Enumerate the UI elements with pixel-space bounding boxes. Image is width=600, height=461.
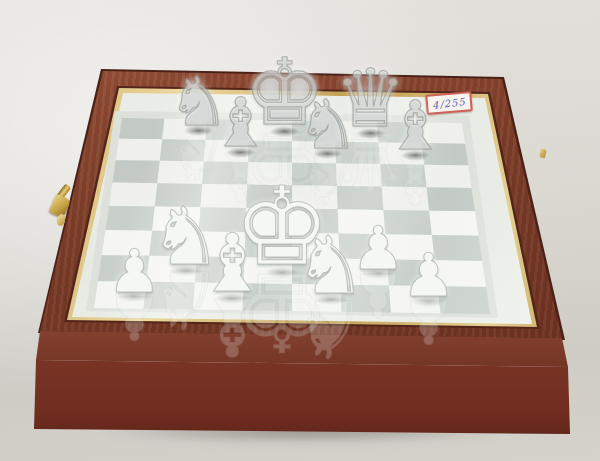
- brass-clasp[interactable]: [44, 182, 80, 232]
- photo-scene: ♞♞♞♝♝♝♚♚♚♞♞♞♛♛♛♝♝♝♞♞♚♚♟♟♟♟♝♝♞♞♟♟ 4/255: [0, 0, 600, 461]
- clear-bishop-g7[interactable]: ♝: [345, 92, 485, 160]
- frosted-pawn-g1[interactable]: ♟: [359, 245, 499, 305]
- pieces-layer: ♞♞♞♝♝♝♚♚♚♞♞♞♛♛♛♝♝♝♞♞♚♚♟♟♟♟♝♝♞♞♟♟: [0, 0, 600, 461]
